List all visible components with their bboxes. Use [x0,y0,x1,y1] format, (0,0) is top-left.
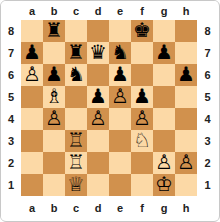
piece-black-pawn: ♟ [155,41,173,63]
piece-white-queen: ♕ [67,173,85,195]
file-label-d-bottom: d [87,196,109,220]
square-h7[interactable] [175,42,197,64]
square-a8[interactable] [21,20,43,42]
board-corner [1,1,21,20]
piece-black-pawn: ♟ [111,63,129,85]
square-b1[interactable] [43,174,65,196]
file-label-e-top: e [109,1,131,20]
file-label-c-top: c [65,1,87,20]
piece-white-pawn: ♙ [177,151,195,173]
square-e2[interactable] [109,152,131,174]
file-label-a-top: a [21,1,43,20]
file-label-c-bottom: c [65,196,87,220]
piece-white-pawn: ♙ [111,85,129,107]
square-b6[interactable]: ♟ [43,64,65,86]
piece-black-knight: ♞ [111,41,129,63]
square-c1[interactable]: ♕ [65,174,87,196]
piece-white-bishop: ♗ [45,85,63,107]
square-e7[interactable]: ♞ [109,42,131,64]
piece-black-queen: ♛ [89,41,107,63]
piece-white-pawn: ♙ [45,107,63,129]
square-a3[interactable] [21,130,43,152]
rank-label-4-right: 4 [197,108,218,130]
square-d7[interactable]: ♛ [87,42,109,64]
file-label-h-bottom: h [175,196,197,220]
square-e4[interactable] [109,108,131,130]
file-label-g-bottom: g [153,196,175,220]
square-e3[interactable] [109,130,131,152]
square-g6[interactable] [153,64,175,86]
square-f4[interactable]: ♙ [131,108,153,130]
square-f6[interactable] [131,64,153,86]
square-e5[interactable]: ♙ [109,86,131,108]
rank-label-3-right: 3 [197,130,218,152]
square-f7[interactable] [131,42,153,64]
square-h6[interactable]: ♟ [175,64,197,86]
square-f3[interactable]: ♘ [131,130,153,152]
piece-black-rook: ♜ [67,41,85,63]
square-h1[interactable] [175,174,197,196]
square-d8[interactable] [87,20,109,42]
piece-white-rook: ♖ [67,151,85,173]
square-d1[interactable] [87,174,109,196]
rank-label-5-left: 5 [1,86,21,108]
square-c7[interactable]: ♜ [65,42,87,64]
square-b3[interactable] [43,130,65,152]
square-f1[interactable] [131,174,153,196]
square-e8[interactable] [109,20,131,42]
square-c3[interactable]: ♖ [65,130,87,152]
square-a2[interactable] [21,152,43,174]
piece-black-rook: ♜ [45,19,63,41]
file-label-f-bottom: f [131,196,153,220]
rank-label-6-right: 6 [197,64,218,86]
chess-diagram-frame: abcdefgh8♜♚87♟♜♛♞♟76♙♟♞♟♟65♗♟♙♟54♙♙♙43♖♘… [0,0,220,222]
square-g8[interactable] [153,20,175,42]
square-e6[interactable]: ♟ [109,64,131,86]
file-label-d-top: d [87,1,109,20]
square-f5[interactable]: ♟ [131,86,153,108]
square-c4[interactable] [65,108,87,130]
square-h3[interactable] [175,130,197,152]
piece-white-pawn: ♙ [89,107,107,129]
piece-black-pawn: ♟ [45,63,63,85]
board-corner [197,1,218,20]
piece-black-knight: ♞ [67,63,85,85]
square-d3[interactable] [87,130,109,152]
square-c2[interactable]: ♖ [65,152,87,174]
rank-label-7-left: 7 [1,42,21,64]
square-g4[interactable] [153,108,175,130]
square-c5[interactable] [65,86,87,108]
square-h5[interactable] [175,86,197,108]
piece-white-pawn: ♙ [155,151,173,173]
piece-black-king: ♚ [133,19,151,41]
square-h8[interactable] [175,20,197,42]
square-g2[interactable]: ♙ [153,152,175,174]
rank-label-8-left: 8 [1,20,21,42]
file-label-a-bottom: a [21,196,43,220]
square-g5[interactable] [153,86,175,108]
rank-label-2-right: 2 [197,152,218,174]
square-b8[interactable]: ♜ [43,20,65,42]
square-d5[interactable]: ♟ [87,86,109,108]
rank-label-7-right: 7 [197,42,218,64]
rank-label-1-left: 1 [1,174,21,196]
file-label-h-top: h [175,1,197,20]
piece-white-king: ♔ [155,173,173,195]
piece-black-pawn: ♟ [177,63,195,85]
square-a6[interactable]: ♙ [21,64,43,86]
piece-white-rook: ♖ [67,129,85,151]
rank-label-1-right: 1 [197,174,218,196]
rank-label-6-left: 6 [1,64,21,86]
square-b7[interactable] [43,42,65,64]
chess-board: abcdefgh8♜♚87♟♜♛♞♟76♙♟♞♟♟65♗♟♙♟54♙♙♙43♖♘… [1,1,219,220]
rank-label-2-left: 2 [1,152,21,174]
square-c8[interactable] [65,20,87,42]
piece-black-pawn: ♟ [89,85,107,107]
board-corner [197,196,218,220]
square-f2[interactable] [131,152,153,174]
square-a5[interactable] [21,86,43,108]
square-a1[interactable] [21,174,43,196]
piece-white-pawn: ♙ [133,107,151,129]
rank-label-3-left: 3 [1,130,21,152]
board-corner [1,196,21,220]
square-f8[interactable]: ♚ [131,20,153,42]
square-g1[interactable]: ♔ [153,174,175,196]
file-label-e-bottom: e [109,196,131,220]
square-b4[interactable]: ♙ [43,108,65,130]
square-g3[interactable] [153,130,175,152]
square-c6[interactable]: ♞ [65,64,87,86]
file-label-b-bottom: b [43,196,65,220]
square-h2[interactable]: ♙ [175,152,197,174]
square-a4[interactable] [21,108,43,130]
rank-label-4-left: 4 [1,108,21,130]
rank-label-5-right: 5 [197,86,218,108]
piece-black-pawn: ♟ [23,41,41,63]
square-h4[interactable] [175,108,197,130]
file-label-g-top: g [153,1,175,20]
rank-label-8-right: 8 [197,20,218,42]
piece-black-pawn: ♟ [133,85,151,107]
square-a7[interactable]: ♟ [21,42,43,64]
piece-white-pawn: ♙ [23,63,41,85]
square-d4[interactable]: ♙ [87,108,109,130]
square-d2[interactable] [87,152,109,174]
square-b5[interactable]: ♗ [43,86,65,108]
square-d6[interactable] [87,64,109,86]
square-g7[interactable]: ♟ [153,42,175,64]
square-e1[interactable] [109,174,131,196]
piece-white-knight: ♘ [133,129,151,151]
square-b2[interactable] [43,152,65,174]
